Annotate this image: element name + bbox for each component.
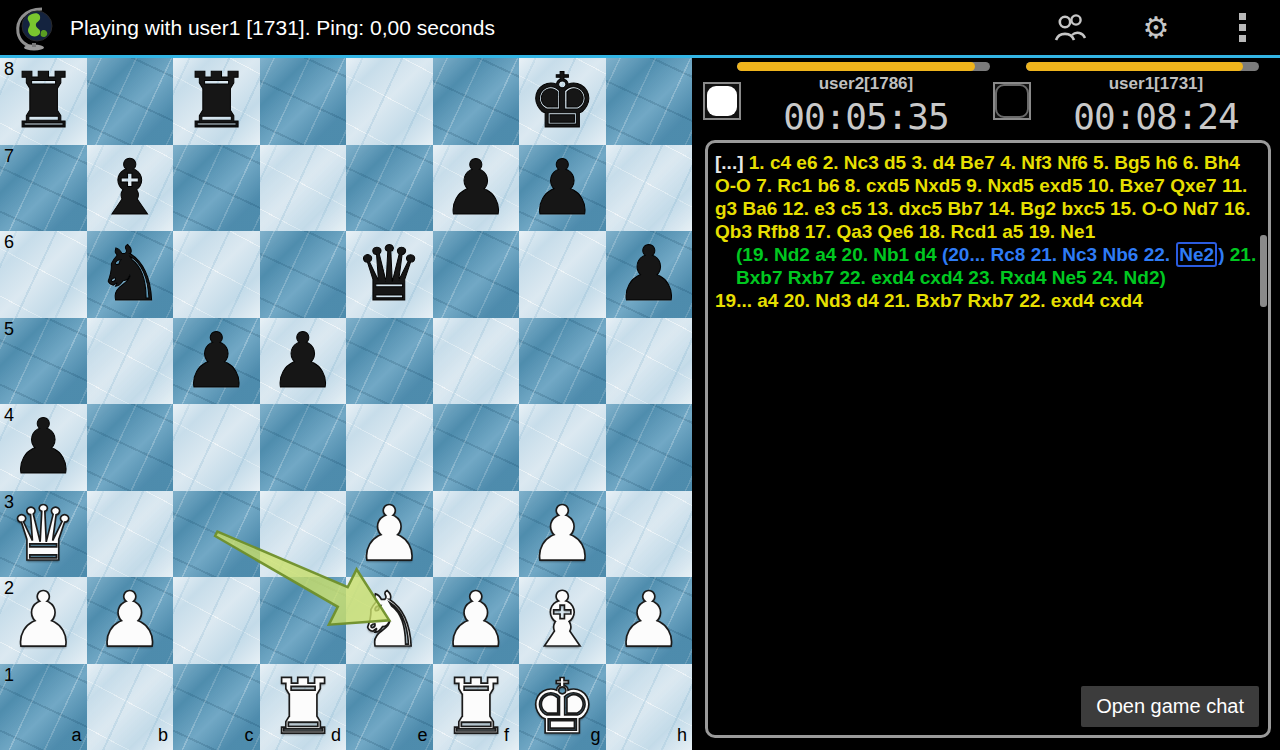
square-h1[interactable] (606, 664, 693, 750)
black-time-bar (1026, 62, 1259, 71)
square-h7[interactable] (606, 145, 693, 232)
square-f5[interactable] (433, 318, 520, 405)
square-e8[interactable] (346, 58, 433, 145)
piece-black-pawn-c5[interactable]: ♟ (173, 318, 260, 405)
square-h4[interactable] (606, 404, 693, 491)
white-time-bar (737, 62, 990, 71)
scrollbar-thumb[interactable] (1260, 235, 1267, 307)
square-g8[interactable]: ♚ (519, 58, 606, 145)
move-text[interactable]: (19. Nd2 a4 20. Nb1 d4 (736, 244, 942, 265)
black-color-indicator (993, 82, 1031, 120)
square-f4[interactable] (433, 404, 520, 491)
square-c4[interactable] (173, 404, 260, 491)
square-g6[interactable] (519, 231, 606, 318)
piece-white-pawn-b2[interactable]: ♟ (87, 577, 174, 664)
white-player-name: user2[1786] (742, 74, 990, 94)
square-d1[interactable]: ♜ (260, 664, 347, 750)
chess-board[interactable]: ♜♜♚♝♟♟♞♛♟♟♟♟♛♟♟♟♟♞♟♝♟♜♜♚ 87654321abcdefg… (0, 58, 692, 750)
players-icon[interactable] (1050, 5, 1090, 51)
square-g3[interactable]: ♟ (519, 491, 606, 578)
player-black-block: user1[1731] 00:08:24 (990, 58, 1280, 140)
square-f3[interactable] (433, 491, 520, 578)
square-a7[interactable] (0, 145, 87, 232)
black-clock: 00:08:24 (1032, 96, 1280, 137)
open-game-chat-button[interactable]: Open game chat (1081, 686, 1259, 727)
square-b8[interactable] (87, 58, 174, 145)
move-text[interactable]: [...] (715, 152, 744, 173)
square-g1[interactable]: ♚ (519, 664, 606, 750)
white-color-indicator (703, 82, 741, 120)
piece-black-rook-c8[interactable]: ♜ (173, 58, 260, 145)
move-list: [...] 1. c4 e6 2. Nc3 d5 3. d4 Be7 4. Nf… (708, 143, 1268, 320)
square-e2[interactable]: ♞ (346, 577, 433, 664)
square-g4[interactable] (519, 404, 606, 491)
overflow-menu-icon[interactable] (1222, 5, 1262, 51)
piece-white-pawn-e3[interactable]: ♟ (346, 491, 433, 578)
piece-black-rook-a8[interactable]: ♜ (0, 58, 87, 145)
square-f7[interactable]: ♟ (433, 145, 520, 232)
square-e1[interactable] (346, 664, 433, 750)
square-e5[interactable] (346, 318, 433, 405)
square-d3[interactable] (260, 491, 347, 578)
square-h3[interactable] (606, 491, 693, 578)
square-b7[interactable]: ♝ (87, 145, 174, 232)
move-text[interactable]: 19... a4 20. Nd3 d4 21. Bxb7 Rxb7 22. ex… (715, 290, 1143, 311)
square-f2[interactable]: ♟ (433, 577, 520, 664)
piece-white-queen-a3[interactable]: ♛ (0, 491, 87, 578)
move-list-panel[interactable]: [...] 1. c4 e6 2. Nc3 d5 3. d4 Be7 4. Nf… (705, 140, 1271, 738)
square-d8[interactable] (260, 58, 347, 145)
square-h2[interactable]: ♟ (606, 577, 693, 664)
piece-black-pawn-g7[interactable]: ♟ (519, 145, 606, 232)
square-d7[interactable] (260, 145, 347, 232)
piece-black-bishop-b7[interactable]: ♝ (87, 145, 174, 232)
piece-black-pawn-f7[interactable]: ♟ (433, 145, 520, 232)
piece-black-knight-b6[interactable]: ♞ (87, 231, 174, 318)
square-h5[interactable] (606, 318, 693, 405)
square-f8[interactable] (433, 58, 520, 145)
square-c2[interactable] (173, 577, 260, 664)
square-h8[interactable] (606, 58, 693, 145)
page-title: Playing with user1 [1731]. Ping: 0,00 se… (70, 16, 1050, 40)
app-bar: Playing with user1 [1731]. Ping: 0,00 se… (0, 0, 1280, 58)
settings-gear-icon[interactable]: ⚙ (1136, 5, 1176, 51)
square-e6[interactable]: ♛ (346, 231, 433, 318)
square-c1[interactable] (173, 664, 260, 750)
white-clock: 00:05:35 (742, 96, 990, 137)
piece-white-pawn-g3[interactable]: ♟ (519, 491, 606, 578)
piece-white-pawn-a2[interactable]: ♟ (0, 577, 87, 664)
square-e3[interactable]: ♟ (346, 491, 433, 578)
square-c8[interactable]: ♜ (173, 58, 260, 145)
square-e4[interactable] (346, 404, 433, 491)
square-g5[interactable] (519, 318, 606, 405)
square-a1[interactable] (0, 664, 87, 750)
square-d5[interactable]: ♟ (260, 318, 347, 405)
player-white-block: user2[1786] 00:05:35 (700, 58, 990, 140)
square-a3[interactable]: ♛ (0, 491, 87, 578)
piece-black-pawn-h6[interactable]: ♟ (606, 231, 693, 318)
square-b5[interactable] (87, 318, 174, 405)
square-e7[interactable] (346, 145, 433, 232)
square-c3[interactable] (173, 491, 260, 578)
clock-panel: user2[1786] 00:05:35 user1[1731] 00:08:2… (700, 58, 1280, 140)
app-globe-icon (12, 5, 58, 51)
square-d6[interactable] (260, 231, 347, 318)
piece-white-knight-e2[interactable]: ♞ (346, 577, 433, 664)
square-d2[interactable] (260, 577, 347, 664)
piece-black-pawn-d5[interactable]: ♟ (260, 318, 347, 405)
square-d4[interactable] (260, 404, 347, 491)
piece-white-king-g1[interactable]: ♚ (519, 664, 606, 750)
square-g7[interactable]: ♟ (519, 145, 606, 232)
square-b1[interactable] (87, 664, 174, 750)
square-f1[interactable]: ♜ (433, 664, 520, 750)
piece-white-rook-f1[interactable]: ♜ (433, 664, 520, 750)
piece-white-rook-d1[interactable]: ♜ (260, 664, 347, 750)
square-f6[interactable] (433, 231, 520, 318)
black-player-name: user1[1731] (1032, 74, 1280, 94)
square-b6[interactable]: ♞ (87, 231, 174, 318)
move-text[interactable]: (20... Rc8 21. Nc3 Nb6 22. (942, 244, 1175, 265)
square-h6[interactable]: ♟ (606, 231, 693, 318)
square-c6[interactable] (173, 231, 260, 318)
move-text[interactable]: 1. c4 e6 2. Nc3 d5 3. d4 Be7 4. Nf3 Nf6 … (715, 152, 1250, 242)
selected-move[interactable]: Ne2 (1176, 242, 1217, 267)
square-c5[interactable]: ♟ (173, 318, 260, 405)
square-a8[interactable]: ♜ (0, 58, 87, 145)
square-a4[interactable]: ♟ (0, 404, 87, 491)
square-a6[interactable] (0, 231, 87, 318)
square-b3[interactable] (87, 491, 174, 578)
piece-white-pawn-f2[interactable]: ♟ (433, 577, 520, 664)
piece-white-bishop-g2[interactable]: ♝ (519, 577, 606, 664)
square-b2[interactable]: ♟ (87, 577, 174, 664)
piece-black-king-g8[interactable]: ♚ (519, 58, 606, 145)
square-b4[interactable] (87, 404, 174, 491)
piece-black-pawn-a4[interactable]: ♟ (0, 404, 87, 491)
piece-white-pawn-h2[interactable]: ♟ (606, 577, 693, 664)
square-a2[interactable]: ♟ (0, 577, 87, 664)
square-c7[interactable] (173, 145, 260, 232)
square-a5[interactable] (0, 318, 87, 405)
square-g2[interactable]: ♝ (519, 577, 606, 664)
piece-black-queen-e6[interactable]: ♛ (346, 231, 433, 318)
